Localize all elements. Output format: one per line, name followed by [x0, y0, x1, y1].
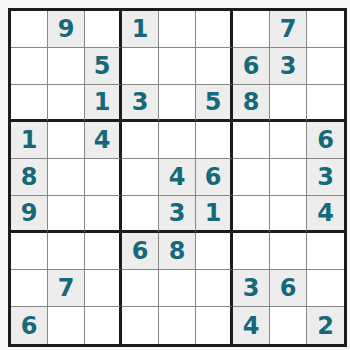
sudoku-cell-r6c3[interactable]	[85, 196, 122, 233]
sudoku-cell-r6c6: 1	[196, 196, 233, 233]
sudoku-cell-r1c9[interactable]	[307, 11, 344, 48]
sudoku-cell-r4c5[interactable]	[159, 122, 196, 159]
sudoku-cell-r9c3[interactable]	[85, 307, 122, 344]
sudoku-cell-r5c1: 8	[11, 159, 48, 196]
sudoku-cell-r2c8: 3	[270, 48, 307, 85]
sudoku-board: 91756313581468463931468736642	[8, 8, 347, 347]
sudoku-cell-r1c5[interactable]	[159, 11, 196, 48]
sudoku-cell-r1c4: 1	[122, 11, 159, 48]
sudoku-cell-r5c5: 4	[159, 159, 196, 196]
sudoku-cell-r4c3: 4	[85, 122, 122, 159]
sudoku-cell-r2c7: 6	[233, 48, 270, 85]
sudoku-cell-r7c9[interactable]	[307, 233, 344, 270]
sudoku-cell-r6c5: 3	[159, 196, 196, 233]
sudoku-cell-r1c2: 9	[48, 11, 85, 48]
sudoku-cell-r2c6[interactable]	[196, 48, 233, 85]
sudoku-cell-r2c4[interactable]	[122, 48, 159, 85]
sudoku-cell-r9c6[interactable]	[196, 307, 233, 344]
sudoku-cell-r7c2[interactable]	[48, 233, 85, 270]
sudoku-cell-r4c8[interactable]	[270, 122, 307, 159]
sudoku-cell-r8c1[interactable]	[11, 270, 48, 307]
sudoku-cell-r5c6: 6	[196, 159, 233, 196]
sudoku-cell-r9c5[interactable]	[159, 307, 196, 344]
sudoku-cell-r5c8[interactable]	[270, 159, 307, 196]
sudoku-cell-r5c3[interactable]	[85, 159, 122, 196]
sudoku-cell-r6c2[interactable]	[48, 196, 85, 233]
sudoku-cell-r3c6: 5	[196, 85, 233, 122]
sudoku-cell-r1c8: 7	[270, 11, 307, 48]
sudoku-cell-r8c6[interactable]	[196, 270, 233, 307]
sudoku-cell-r6c7[interactable]	[233, 196, 270, 233]
sudoku-cell-r4c7[interactable]	[233, 122, 270, 159]
sudoku-cell-r3c8[interactable]	[270, 85, 307, 122]
sudoku-cell-r9c1: 6	[11, 307, 48, 344]
sudoku-cell-r3c3: 1	[85, 85, 122, 122]
sudoku-cell-r2c5[interactable]	[159, 48, 196, 85]
sudoku-cell-r8c3[interactable]	[85, 270, 122, 307]
sudoku-cell-r6c1: 9	[11, 196, 48, 233]
sudoku-cell-r4c1: 1	[11, 122, 48, 159]
sudoku-cell-r3c4: 3	[122, 85, 159, 122]
sudoku-cell-r7c3[interactable]	[85, 233, 122, 270]
sudoku-cell-r1c6[interactable]	[196, 11, 233, 48]
sudoku-cell-r2c2[interactable]	[48, 48, 85, 85]
sudoku-cell-r7c1[interactable]	[11, 233, 48, 270]
sudoku-cell-r4c6[interactable]	[196, 122, 233, 159]
sudoku-cell-r2c9[interactable]	[307, 48, 344, 85]
sudoku-cell-r7c6[interactable]	[196, 233, 233, 270]
sudoku-cell-r7c4: 6	[122, 233, 159, 270]
sudoku-cell-r2c1[interactable]	[11, 48, 48, 85]
sudoku-cell-r3c5[interactable]	[159, 85, 196, 122]
sudoku-cell-r3c1[interactable]	[11, 85, 48, 122]
sudoku-cell-r8c4[interactable]	[122, 270, 159, 307]
sudoku-cell-r9c9: 2	[307, 307, 344, 344]
sudoku-cell-r7c5: 8	[159, 233, 196, 270]
sudoku-cell-r3c9[interactable]	[307, 85, 344, 122]
sudoku-cell-r7c8[interactable]	[270, 233, 307, 270]
sudoku-cell-r8c9[interactable]	[307, 270, 344, 307]
sudoku-cell-r7c7[interactable]	[233, 233, 270, 270]
sudoku-cell-r1c7[interactable]	[233, 11, 270, 48]
sudoku-cell-r8c8: 6	[270, 270, 307, 307]
sudoku-cell-r1c3[interactable]	[85, 11, 122, 48]
sudoku-cell-r9c4[interactable]	[122, 307, 159, 344]
sudoku-cell-r8c2: 7	[48, 270, 85, 307]
sudoku-cell-r8c7: 3	[233, 270, 270, 307]
sudoku-cell-r5c4[interactable]	[122, 159, 159, 196]
sudoku-page: 91756313581468463931468736642	[0, 0, 350, 350]
sudoku-cell-r6c9: 4	[307, 196, 344, 233]
sudoku-cell-r2c3: 5	[85, 48, 122, 85]
sudoku-cell-r4c2[interactable]	[48, 122, 85, 159]
sudoku-cell-r5c9: 3	[307, 159, 344, 196]
sudoku-cell-r6c8[interactable]	[270, 196, 307, 233]
sudoku-cell-r4c4[interactable]	[122, 122, 159, 159]
sudoku-cell-r9c8[interactable]	[270, 307, 307, 344]
sudoku-cell-r5c2[interactable]	[48, 159, 85, 196]
sudoku-cell-r3c2[interactable]	[48, 85, 85, 122]
sudoku-cell-r4c9: 6	[307, 122, 344, 159]
sudoku-cell-r5c7[interactable]	[233, 159, 270, 196]
sudoku-cell-r9c7: 4	[233, 307, 270, 344]
sudoku-cell-r3c7: 8	[233, 85, 270, 122]
sudoku-cell-r8c5[interactable]	[159, 270, 196, 307]
sudoku-cell-r1c1[interactable]	[11, 11, 48, 48]
sudoku-cell-r6c4[interactable]	[122, 196, 159, 233]
sudoku-cell-r9c2[interactable]	[48, 307, 85, 344]
